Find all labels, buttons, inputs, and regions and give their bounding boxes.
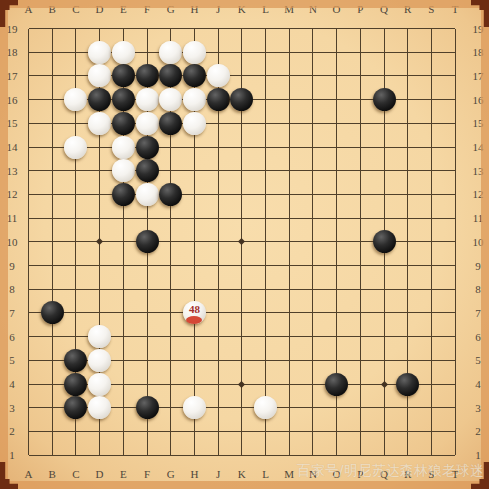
coord-label-left-6: 6 [3,331,21,343]
stone-black-F17[interactable] [136,64,159,87]
coord-label-bottom-F: F [138,468,156,480]
coord-label-bottom-B: B [43,468,61,480]
stone-white-C14[interactable] [64,136,87,159]
coord-label-top-A: A [20,3,38,15]
coord-label-left-10: 10 [3,236,21,248]
coord-label-left-18: 18 [3,46,21,58]
star-point-K10 [238,238,245,245]
coord-label-bottom-E: E [114,468,132,480]
coord-label-right-12: 12 [469,188,487,200]
grid-line-vertical [360,29,361,456]
coord-label-right-7: 7 [469,307,487,319]
last-move-crescent-marker [186,316,202,324]
coord-label-left-8: 8 [3,283,21,295]
coord-label-bottom-S: S [422,468,440,480]
coord-label-top-N: N [304,3,322,15]
stone-black-C3[interactable] [64,396,87,419]
coord-label-right-17: 17 [469,70,487,82]
grid-line-vertical [455,29,456,456]
coord-label-top-K: K [233,3,251,15]
coord-label-top-C: C [67,3,85,15]
coord-label-top-D: D [91,3,109,15]
stone-white-H18[interactable] [183,41,206,64]
coord-label-top-O: O [328,3,346,15]
coord-label-bottom-J: J [209,468,227,480]
coord-label-top-S: S [422,3,440,15]
stone-white-H7[interactable]: 48 [183,301,206,324]
grid-line-horizontal [29,455,456,456]
coord-label-top-F: F [138,3,156,15]
grid-line-vertical [289,29,290,456]
grid-line-vertical [312,29,313,456]
coord-label-left-16: 16 [3,94,21,106]
grid-line-horizontal [29,431,456,432]
star-point-D10 [96,238,103,245]
coord-label-top-L: L [257,3,275,15]
stone-white-D4[interactable] [88,373,111,396]
coord-label-left-15: 15 [3,117,21,129]
stone-white-J17[interactable] [207,64,230,87]
go-board-screenshot: AABBCCDDEEFFGGHHJJKKLLMMNNOOPPQQRRSSTT19… [0,0,489,489]
stone-white-H15[interactable] [183,112,206,135]
stone-white-L3[interactable] [254,396,277,419]
coord-label-left-11: 11 [3,212,21,224]
stone-black-K16[interactable] [230,88,253,111]
coord-label-left-7: 7 [3,307,21,319]
stone-white-D17[interactable] [88,64,111,87]
stone-white-E13[interactable] [112,159,135,182]
stone-white-D3[interactable] [88,396,111,419]
stone-black-E15[interactable] [112,112,135,135]
coord-label-bottom-M: M [280,468,298,480]
stone-black-F13[interactable] [136,159,159,182]
coord-label-left-14: 14 [3,141,21,153]
coord-label-top-R: R [399,3,417,15]
coord-label-left-13: 13 [3,165,21,177]
coord-label-right-1: 1 [469,449,487,461]
grid-line-horizontal [29,265,456,266]
stone-black-D16[interactable] [88,88,111,111]
coord-label-left-19: 19 [3,23,21,35]
coord-label-right-13: 13 [469,165,487,177]
stone-white-D6[interactable] [88,325,111,348]
coord-label-right-10: 10 [469,236,487,248]
coord-label-bottom-O: O [328,468,346,480]
stone-white-D5[interactable] [88,349,111,372]
coord-label-bottom-P: P [351,468,369,480]
coord-label-top-J: J [209,3,227,15]
stone-black-E16[interactable] [112,88,135,111]
coord-label-left-3: 3 [3,402,21,414]
coord-label-top-Q: Q [375,3,393,15]
stone-white-E14[interactable] [112,136,135,159]
coord-label-bottom-L: L [257,468,275,480]
coord-label-bottom-A: A [20,468,38,480]
coord-label-bottom-G: G [162,468,180,480]
coord-label-bottom-H: H [185,468,203,480]
coord-label-right-8: 8 [469,283,487,295]
coord-label-bottom-N: N [304,468,322,480]
coord-label-bottom-T: T [446,468,464,480]
stone-black-R4[interactable] [396,373,419,396]
coord-label-left-4: 4 [3,378,21,390]
stone-white-F15[interactable] [136,112,159,135]
coord-label-top-M: M [280,3,298,15]
coord-label-top-P: P [351,3,369,15]
coord-label-left-17: 17 [3,70,21,82]
coord-label-left-9: 9 [3,260,21,272]
star-point-K4 [238,380,245,387]
stone-black-F10[interactable] [136,230,159,253]
stone-white-C16[interactable] [64,88,87,111]
stone-black-E12[interactable] [112,183,135,206]
coord-label-top-T: T [446,3,464,15]
coord-label-right-4: 4 [469,378,487,390]
coord-label-right-2: 2 [469,425,487,437]
stone-black-Q16[interactable] [373,88,396,111]
stone-white-G16[interactable] [159,88,182,111]
stone-black-G17[interactable] [159,64,182,87]
stone-white-H3[interactable] [183,396,206,419]
coord-label-left-5: 5 [3,354,21,366]
coord-label-right-9: 9 [469,260,487,272]
coord-label-bottom-Q: Q [375,468,393,480]
coord-label-bottom-C: C [67,468,85,480]
stone-white-D18[interactable] [88,41,111,64]
coord-label-top-G: G [162,3,180,15]
coord-label-right-15: 15 [469,117,487,129]
stone-white-H16[interactable] [183,88,206,111]
grid-line-horizontal [29,289,456,290]
coord-label-right-3: 3 [469,402,487,414]
star-point-Q4 [380,380,387,387]
last-move-number: 48 [183,303,206,315]
stone-black-H17[interactable] [183,64,206,87]
stone-black-C5[interactable] [64,349,87,372]
stone-black-J16[interactable] [207,88,230,111]
coord-label-bottom-K: K [233,468,251,480]
stone-black-C4[interactable] [64,373,87,396]
coord-label-right-11: 11 [469,212,487,224]
stone-white-G18[interactable] [159,41,182,64]
grid-line-vertical [265,29,266,456]
coord-label-right-5: 5 [469,354,487,366]
coord-label-bottom-D: D [91,468,109,480]
coord-label-bottom-R: R [399,468,417,480]
grid-line-horizontal [29,312,456,313]
coord-label-right-14: 14 [469,141,487,153]
stone-black-G12[interactable] [159,183,182,206]
coord-label-right-18: 18 [469,46,487,58]
coord-label-right-6: 6 [469,331,487,343]
stone-black-Q10[interactable] [373,230,396,253]
stone-black-F14[interactable] [136,136,159,159]
stone-black-G15[interactable] [159,112,182,135]
coord-label-left-2: 2 [3,425,21,437]
stone-white-E18[interactable] [112,41,135,64]
stone-black-B7[interactable] [41,301,64,324]
stone-black-O4[interactable] [325,373,348,396]
go-board[interactable]: AABBCCDDEEFFGGHHJJKKLLMMNNOOPPQQRRSSTT19… [0,0,489,489]
coord-label-right-16: 16 [469,94,487,106]
stone-white-F16[interactable] [136,88,159,111]
grid-line-vertical [431,29,432,456]
coord-label-left-12: 12 [3,188,21,200]
stone-black-F3[interactable] [136,396,159,419]
stone-white-D15[interactable] [88,112,111,135]
stone-white-F12[interactable] [136,183,159,206]
coord-label-top-E: E [114,3,132,15]
coord-label-left-1: 1 [3,449,21,461]
coord-label-top-H: H [185,3,203,15]
coord-label-top-B: B [43,3,61,15]
stone-black-E17[interactable] [112,64,135,87]
